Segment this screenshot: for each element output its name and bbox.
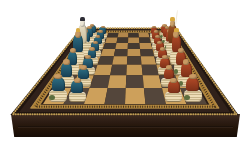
square-f6[interactable] — [140, 43, 153, 49]
square-h7[interactable] — [149, 33, 161, 38]
square-a5[interactable] — [125, 88, 146, 104]
square-g3[interactable] — [105, 38, 118, 43]
square-g4[interactable] — [117, 38, 129, 43]
square-b6[interactable] — [143, 75, 162, 88]
square-b5[interactable] — [126, 75, 144, 88]
square-b4[interactable] — [108, 75, 127, 88]
square-h3[interactable] — [107, 33, 119, 38]
square-h6[interactable] — [139, 33, 150, 38]
square-d6[interactable] — [141, 56, 157, 65]
square-g7[interactable] — [150, 38, 163, 43]
square-f4[interactable] — [115, 43, 128, 49]
square-d5[interactable] — [127, 56, 142, 65]
chess-set-photo — [0, 0, 250, 142]
square-c5[interactable] — [126, 65, 142, 75]
square-d4[interactable] — [112, 56, 127, 65]
square-e4[interactable] — [114, 49, 128, 56]
square-c4[interactable] — [110, 65, 127, 75]
square-f5[interactable] — [128, 43, 140, 49]
square-c6[interactable] — [142, 65, 159, 75]
square-e3[interactable] — [101, 49, 116, 56]
square-e6[interactable] — [140, 49, 154, 56]
square-g6[interactable] — [139, 38, 151, 43]
square-h4[interactable] — [118, 33, 129, 38]
square-a4[interactable] — [105, 88, 126, 104]
square-e5[interactable] — [127, 49, 140, 56]
square-f3[interactable] — [103, 43, 117, 49]
square-h5[interactable] — [128, 33, 139, 38]
square-f7[interactable] — [151, 43, 165, 49]
square-g5[interactable] — [128, 38, 140, 43]
chessboard — [0, 0, 250, 142]
